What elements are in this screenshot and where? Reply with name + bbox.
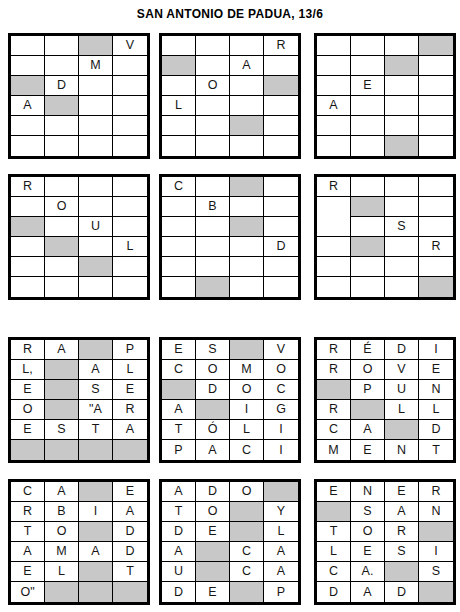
- grid11-cell-r1c3-letter: O: [230, 482, 264, 502]
- grid4-cell-r6c2-blank[interactable]: [45, 277, 79, 297]
- grid2-cell-r5c2-blank[interactable]: [196, 116, 230, 136]
- puzzle-grid-10-letters: CAERBIATODAMADELTO": [8, 479, 150, 605]
- grid4-cell-r3c1-shaded: [11, 217, 45, 237]
- grid10-cell-r5c3-shaded: [79, 562, 113, 582]
- grid5-cell-r3c4-blank[interactable]: [264, 217, 298, 237]
- grid8-cell-r5c1-letter: T: [162, 420, 196, 440]
- grid8-cell-r5c2-letter: Ó: [196, 420, 230, 440]
- grid11-cell-r1c4-shaded: [264, 482, 298, 502]
- grid6-cell-r1c1-letter: R: [317, 177, 351, 197]
- grid3-cell-r4c2-blank[interactable]: [351, 96, 385, 116]
- grid1-cell-r6c2-blank[interactable]: [45, 136, 79, 156]
- grid4-cell-r2c4-blank[interactable]: [113, 197, 147, 217]
- grid10-cell-r3c3-shaded: [79, 522, 113, 542]
- grid7-cell-r5c4-letter: A: [113, 420, 147, 440]
- grid1-cell-r4c3-blank[interactable]: [79, 96, 113, 116]
- grid5-cell-r3c2-blank[interactable]: [196, 217, 230, 237]
- grid8-cell-r3c1-shaded: [162, 380, 196, 400]
- grid10-cell-r3c1-letter: T: [11, 522, 45, 542]
- grid9-cell-r3c2-letter: P: [351, 380, 385, 400]
- grid4-cell-r2c3-blank[interactable]: [79, 197, 113, 217]
- grid1-cell-r5c2-blank[interactable]: [45, 116, 79, 136]
- grid10-cell-r1c2-letter: A: [45, 482, 79, 502]
- grid11-cell-r1c2-letter: D: [196, 482, 230, 502]
- grid3-cell-r2c2-blank[interactable]: [351, 56, 385, 76]
- grid2-cell-r5c3-shaded: [230, 116, 264, 136]
- grid11-cell-r5c2-shaded: [196, 562, 230, 582]
- grid12-cell-r4c1-letter: L: [317, 542, 351, 562]
- grid11-cell-r4c1-letter: A: [162, 542, 196, 562]
- grid1-cell-r5c4-blank[interactable]: [113, 116, 147, 136]
- grid8-cell-r6c4-letter: I: [264, 440, 298, 460]
- grid5-cell-r4c1-blank[interactable]: [162, 237, 196, 257]
- grid9-cell-r2c2-letter: O: [351, 360, 385, 380]
- grid7-cell-r4c2-shaded: [45, 400, 79, 420]
- grid11-cell-r2c4-letter: Y: [264, 502, 298, 522]
- grid3-cell-r6c2-blank[interactable]: [351, 136, 385, 156]
- grid4-cell-r2c1-blank[interactable]: [11, 197, 45, 217]
- grid10-cell-r5c1-letter: E: [11, 562, 45, 582]
- grid3-cell-r3c4-blank[interactable]: [419, 76, 453, 96]
- grid6-cell-r2c2-shaded: [351, 197, 385, 217]
- grid5-cell-r3c3-shaded: [230, 217, 264, 237]
- grid6-cell-r6c4-shaded: [419, 277, 453, 297]
- grid7-cell-r6c4-shaded: [113, 440, 147, 460]
- grid6-cell-r5c1-blank[interactable]: [317, 257, 351, 277]
- grid5-cell-r1c3-shaded: [230, 177, 264, 197]
- grid6-cell-r3c4-blank[interactable]: [419, 217, 453, 237]
- grid9-cell-r5c2-letter: A: [351, 420, 385, 440]
- grid7-cell-r6c2-shaded: [45, 440, 79, 460]
- grid9-cell-r4c2-shaded: [351, 400, 385, 420]
- grid4-cell-r6c4-blank[interactable]: [113, 277, 147, 297]
- grid2-cell-r3c2-letter: O: [196, 76, 230, 96]
- grid2-cell-r3c4-shaded: [264, 76, 298, 96]
- grid9-cell-r6c2-letter: E: [351, 440, 385, 460]
- grid1-cell-r2c2-blank[interactable]: [45, 56, 79, 76]
- grid6-cell-r5c2-blank[interactable]: [351, 257, 385, 277]
- grid5-cell-r4c2-blank[interactable]: [196, 237, 230, 257]
- puzzle-grid-7-letters: RAPL,ALESEO"ARESTA: [8, 337, 150, 463]
- grid12-cell-r6c2-letter: A: [351, 582, 385, 602]
- grid4-cell-r4c2-shaded: [45, 237, 79, 257]
- grid3-cell-r6c3-shaded: [385, 136, 419, 156]
- grid1-cell-r1c4-letter: V: [113, 36, 147, 56]
- grid3-cell-r1c1-blank[interactable]: [317, 36, 351, 56]
- grid5-cell-r1c4-blank[interactable]: [264, 177, 298, 197]
- grid2-cell-r1c2-blank[interactable]: [196, 36, 230, 56]
- grid2-cell-r5c1-blank[interactable]: [162, 116, 196, 136]
- grid9-cell-r4c3-letter: L: [385, 400, 419, 420]
- grid4-cell-r2c2-letter: O: [45, 197, 79, 217]
- grid1-cell-r6c3-blank[interactable]: [79, 136, 113, 156]
- grid5-cell-r4c3-blank[interactable]: [230, 237, 264, 257]
- grid9-cell-r6c1-letter: M: [317, 440, 351, 460]
- grid4-cell-r1c3-blank[interactable]: [79, 177, 113, 197]
- grid2-cell-r4c4-blank[interactable]: [264, 96, 298, 116]
- grid10-cell-r2c1-letter: R: [11, 502, 45, 522]
- grid8-cell-r5c3-letter: L: [230, 420, 264, 440]
- grid12-cell-r1c2-letter: N: [351, 482, 385, 502]
- grid7-cell-r3c4-letter: E: [113, 380, 147, 400]
- grid10-cell-r1c3-shaded: [79, 482, 113, 502]
- grid12-cell-r2c4-letter: N: [419, 502, 453, 522]
- grid10-cell-r4c3-letter: A: [79, 542, 113, 562]
- grid12-cell-r2c1-shaded: [317, 502, 351, 522]
- grid12-cell-r1c1-letter: E: [317, 482, 351, 502]
- grid4-cell-r5c4-blank[interactable]: [113, 257, 147, 277]
- grid6-cell-r2c3-blank[interactable]: [385, 197, 419, 217]
- grid8-cell-r4c4-letter: G: [264, 400, 298, 420]
- grid7-cell-r3c2-shaded: [45, 380, 79, 400]
- grid5-cell-r6c1-blank[interactable]: [162, 277, 196, 297]
- grid9-cell-r4c4-letter: L: [419, 400, 453, 420]
- grid6-cell-r1c2-blank[interactable]: [351, 177, 385, 197]
- grid1-cell-r3c3-blank[interactable]: [79, 76, 113, 96]
- grid3-cell-r1c3-blank[interactable]: [385, 36, 419, 56]
- grid11-cell-r2c1-letter: T: [162, 502, 196, 522]
- grid8-cell-r3c3-letter: O: [230, 380, 264, 400]
- grid3-cell-r2c1-blank[interactable]: [317, 56, 351, 76]
- grid11-cell-r4c3-letter: C: [230, 542, 264, 562]
- grid9-cell-r2c3-letter: V: [385, 360, 419, 380]
- grid11-cell-r1c1-letter: A: [162, 482, 196, 502]
- grid8-cell-r2c3-letter: M: [230, 360, 264, 380]
- grid6-cell-r3c3-letter: S: [385, 217, 419, 237]
- grid2-cell-r6c4-blank[interactable]: [264, 136, 298, 156]
- grid10-cell-r4c1-letter: A: [11, 542, 45, 562]
- grid12-cell-r3c3-letter: R: [385, 522, 419, 542]
- grid1-cell-r1c2-blank[interactable]: [45, 36, 79, 56]
- grid10-cell-r1c4-letter: E: [113, 482, 147, 502]
- grid9-cell-r6c3-letter: N: [385, 440, 419, 460]
- grid4-cell-r4c4-letter: L: [113, 237, 147, 257]
- grid1-cell-r6c4-blank[interactable]: [113, 136, 147, 156]
- grid9-cell-r3c3-letter: U: [385, 380, 419, 400]
- grid3-cell-r5c3-blank[interactable]: [385, 116, 419, 136]
- grid10-cell-r6c1-letter: O": [11, 582, 45, 602]
- grid11-cell-r5c3-letter: C: [230, 562, 264, 582]
- grid11-cell-r5c1-letter: U: [162, 562, 196, 582]
- grid12-cell-r4c2-letter: E: [351, 542, 385, 562]
- grid8-cell-r1c3-shaded: [230, 340, 264, 360]
- grid3-cell-r5c1-blank[interactable]: [317, 116, 351, 136]
- grid3-cell-r1c2-blank[interactable]: [351, 36, 385, 56]
- grid2-cell-r1c4-letter: R: [264, 36, 298, 56]
- grid2-cell-r4c2-blank[interactable]: [196, 96, 230, 116]
- grid11-cell-r6c3-shaded: [230, 582, 264, 602]
- grid9-cell-r5c1-letter: C: [317, 420, 351, 440]
- grid11-cell-r3c4-letter: L: [264, 522, 298, 542]
- grid8-cell-r6c2-letter: A: [196, 440, 230, 460]
- grid12-cell-r6c3-letter: D: [385, 582, 419, 602]
- grid4-cell-r1c1-letter: R: [11, 177, 45, 197]
- grid2-cell-r4c1-letter: L: [162, 96, 196, 116]
- puzzle-grid-11-letters: ADOTOYDELACAUCADEP: [159, 479, 301, 605]
- grid11-cell-r2c2-letter: O: [196, 502, 230, 522]
- puzzle-grid-9-letters: RÉDIROVEPUNRLLCADMENT: [314, 337, 456, 463]
- grid3-cell-r6c1-blank[interactable]: [317, 136, 351, 156]
- grid2-cell-r2c1-shaded: [162, 56, 196, 76]
- grid4-cell-r6c3-blank[interactable]: [79, 277, 113, 297]
- grid8-cell-r4c1-letter: A: [162, 400, 196, 420]
- page-title: SAN ANTONIO DE PADUA, 13/6: [0, 7, 460, 21]
- grid6-cell-r6c3-blank[interactable]: [385, 277, 419, 297]
- grid2-cell-r3c1-blank[interactable]: [162, 76, 196, 96]
- grid3-cell-r5c4-blank[interactable]: [419, 116, 453, 136]
- grid3-cell-r5c2-blank[interactable]: [351, 116, 385, 136]
- grid3-cell-r6c4-blank[interactable]: [419, 136, 453, 156]
- grid6-cell-r1c3-blank[interactable]: [385, 177, 419, 197]
- grid7-cell-r3c1-letter: E: [11, 380, 45, 400]
- grid12-cell-r5c4-letter: S: [419, 562, 453, 582]
- grid6-cell-r3c1-blank[interactable]: [317, 217, 351, 237]
- grid6-cell-r4c4-letter: R: [419, 237, 453, 257]
- grid2-cell-r2c3-letter: A: [230, 56, 264, 76]
- grid8-cell-r2c2-letter: O: [196, 360, 230, 380]
- grid3-cell-r2c4-blank[interactable]: [419, 56, 453, 76]
- grid3-cell-r4c1-letter: A: [317, 96, 351, 116]
- grid5-cell-r5c1-blank[interactable]: [162, 257, 196, 277]
- grid5-cell-r5c3-blank[interactable]: [230, 257, 264, 277]
- grid5-cell-r6c2-shaded: [196, 277, 230, 297]
- grid8-cell-r6c3-letter: C: [230, 440, 264, 460]
- grid7-cell-r1c3-shaded: [79, 340, 113, 360]
- grid5-cell-r6c4-blank[interactable]: [264, 277, 298, 297]
- grid9-cell-r1c2-letter: É: [351, 340, 385, 360]
- grid1-cell-r2c3-letter: M: [79, 56, 113, 76]
- grid8-cell-r4c3-letter: I: [230, 400, 264, 420]
- grid12-cell-r3c1-letter: T: [317, 522, 351, 542]
- grid9-cell-r1c1-letter: R: [317, 340, 351, 360]
- grid1-cell-r6c1-blank[interactable]: [11, 136, 45, 156]
- grid12-cell-r4c3-letter: S: [385, 542, 419, 562]
- grid10-cell-r6c3-shaded: [79, 582, 113, 602]
- grid6-cell-r6c1-blank[interactable]: [317, 277, 351, 297]
- grid7-cell-r2c2-shaded: [45, 360, 79, 380]
- grid6-cell-r2c1-blank[interactable]: [317, 197, 351, 217]
- grid5-cell-r5c2-blank[interactable]: [196, 257, 230, 277]
- grid3-cell-r4c3-blank[interactable]: [385, 96, 419, 116]
- grid9-cell-r1c4-letter: I: [419, 340, 453, 360]
- grid8-cell-r5c4-letter: I: [264, 420, 298, 440]
- grid6-cell-r6c2-blank[interactable]: [351, 277, 385, 297]
- grid10-cell-r2c2-letter: B: [45, 502, 79, 522]
- grid6-cell-r5c4-blank[interactable]: [419, 257, 453, 277]
- puzzle-grid-12-letters: ENERSANTORLESICA.SDAD: [314, 479, 456, 605]
- grid12-cell-r5c1-letter: C: [317, 562, 351, 582]
- grid4-cell-r3c4-blank[interactable]: [113, 217, 147, 237]
- grid3-cell-r4c4-blank[interactable]: [419, 96, 453, 116]
- grid12-cell-r6c4-shaded: [419, 582, 453, 602]
- grid10-cell-r4c4-letter: D: [113, 542, 147, 562]
- grid6-cell-r4c2-shaded: [351, 237, 385, 257]
- grid11-cell-r6c2-letter: E: [196, 582, 230, 602]
- grid7-cell-r1c4-letter: P: [113, 340, 147, 360]
- grid9-cell-r6c4-letter: T: [419, 440, 453, 460]
- puzzle-grid-5-empty: CBD: [159, 174, 301, 300]
- grid7-cell-r3c3-letter: S: [79, 380, 113, 400]
- grid1-cell-r2c4-blank[interactable]: [113, 56, 147, 76]
- grid4-cell-r5c2-blank[interactable]: [45, 257, 79, 277]
- grid11-cell-r5c4-letter: A: [264, 562, 298, 582]
- grid1-cell-r1c1-blank[interactable]: [11, 36, 45, 56]
- grid7-cell-r6c1-shaded: [11, 440, 45, 460]
- grid7-cell-r1c1-letter: R: [11, 340, 45, 360]
- grid1-cell-r3c4-blank[interactable]: [113, 76, 147, 96]
- grid2-cell-r3c3-blank[interactable]: [230, 76, 264, 96]
- grid9-cell-r3c1-shaded: [317, 380, 351, 400]
- grid1-cell-r4c4-blank[interactable]: [113, 96, 147, 116]
- grid10-cell-r3c4-letter: D: [113, 522, 147, 542]
- grid11-cell-r3c2-letter: E: [196, 522, 230, 542]
- grid4-cell-r3c2-blank[interactable]: [45, 217, 79, 237]
- grid10-cell-r4c2-letter: M: [45, 542, 79, 562]
- grid7-cell-r4c3-letter: "A: [79, 400, 113, 420]
- grid1-cell-r4c1-letter: A: [11, 96, 45, 116]
- grid3-cell-r2c3-shaded: [385, 56, 419, 76]
- grid2-cell-r6c2-blank[interactable]: [196, 136, 230, 156]
- grid11-cell-r2c3-shaded: [230, 502, 264, 522]
- grid1-cell-r2c1-blank[interactable]: [11, 56, 45, 76]
- grid4-cell-r1c4-blank[interactable]: [113, 177, 147, 197]
- grid11-cell-r6c1-letter: D: [162, 582, 196, 602]
- grid8-cell-r3c4-letter: C: [264, 380, 298, 400]
- grid9-cell-r1c3-letter: D: [385, 340, 419, 360]
- grid2-cell-r6c3-blank[interactable]: [230, 136, 264, 156]
- grid9-cell-r2c4-letter: E: [419, 360, 453, 380]
- grid1-cell-r1c3-shaded: [79, 36, 113, 56]
- grid4-cell-r4c3-blank[interactable]: [79, 237, 113, 257]
- grid4-cell-r3c3-letter: U: [79, 217, 113, 237]
- grid1-cell-r4c2-shaded: [45, 96, 79, 116]
- grid3-cell-r3c3-blank[interactable]: [385, 76, 419, 96]
- grid1-cell-r5c1-blank[interactable]: [11, 116, 45, 136]
- grid3-cell-r1c4-shaded: [419, 36, 453, 56]
- grid4-cell-r6c1-blank[interactable]: [11, 277, 45, 297]
- grid8-cell-r2c4-letter: O: [264, 360, 298, 380]
- grid8-cell-r1c2-letter: S: [196, 340, 230, 360]
- grid7-cell-r4c4-letter: R: [113, 400, 147, 420]
- grid5-cell-r2c4-blank[interactable]: [264, 197, 298, 217]
- grid9-cell-r5c4-letter: D: [419, 420, 453, 440]
- grid7-cell-r5c2-letter: S: [45, 420, 79, 440]
- grid5-cell-r6c3-blank[interactable]: [230, 277, 264, 297]
- grid7-cell-r5c3-letter: T: [79, 420, 113, 440]
- grid8-cell-r2c1-letter: C: [162, 360, 196, 380]
- grid10-cell-r5c2-letter: L: [45, 562, 79, 582]
- grid12-cell-r4c4-letter: I: [419, 542, 453, 562]
- grid8-cell-r4c2-shaded: [196, 400, 230, 420]
- grid2-cell-r2c2-blank[interactable]: [196, 56, 230, 76]
- grid2-cell-r5c4-blank[interactable]: [264, 116, 298, 136]
- grid5-cell-r2c1-blank[interactable]: [162, 197, 196, 217]
- grid12-cell-r2c2-letter: S: [351, 502, 385, 522]
- grid1-cell-r3c2-letter: D: [45, 76, 79, 96]
- grid8-cell-r3c2-letter: D: [196, 380, 230, 400]
- grid12-cell-r1c4-letter: R: [419, 482, 453, 502]
- grid2-cell-r4c3-blank[interactable]: [230, 96, 264, 116]
- grid8-cell-r1c4-letter: V: [264, 340, 298, 360]
- grid11-cell-r4c4-letter: A: [264, 542, 298, 562]
- grid12-cell-r6c1-letter: D: [317, 582, 351, 602]
- grid10-cell-r1c1-letter: C: [11, 482, 45, 502]
- grid9-cell-r3c4-letter: N: [419, 380, 453, 400]
- grid12-cell-r2c3-letter: A: [385, 502, 419, 522]
- grid1-cell-r3c1-shaded: [11, 76, 45, 96]
- grid7-cell-r5c1-letter: E: [11, 420, 45, 440]
- grid7-cell-r2c1-letter: L,: [11, 360, 45, 380]
- grid10-cell-r3c2-letter: O: [45, 522, 79, 542]
- grid4-cell-r5c1-blank[interactable]: [11, 257, 45, 277]
- grid10-cell-r2c3-letter: I: [79, 502, 113, 522]
- grid2-cell-r6c1-blank[interactable]: [162, 136, 196, 156]
- grid7-cell-r6c3-shaded: [79, 440, 113, 460]
- puzzle-grid-4-empty: ROUL: [8, 174, 150, 300]
- grid7-cell-r4c1-letter: O: [11, 400, 45, 420]
- grid11-cell-r3c1-letter: D: [162, 522, 196, 542]
- grid10-cell-r6c2-shaded: [45, 582, 79, 602]
- grid11-cell-r3c3-shaded: [230, 522, 264, 542]
- grid12-cell-r5c2-letter: A.: [351, 562, 385, 582]
- grid6-cell-r3c2-blank[interactable]: [351, 217, 385, 237]
- grid3-cell-r3c2-letter: E: [351, 76, 385, 96]
- puzzle-grid-1-empty: VMDA: [8, 33, 150, 159]
- grid2-cell-r1c1-blank[interactable]: [162, 36, 196, 56]
- grid2-cell-r2c4-blank[interactable]: [264, 56, 298, 76]
- grid5-cell-r2c3-blank[interactable]: [230, 197, 264, 217]
- grid6-cell-r4c1-blank[interactable]: [317, 237, 351, 257]
- grid8-cell-r6c1-letter: P: [162, 440, 196, 460]
- grid7-cell-r2c4-letter: L: [113, 360, 147, 380]
- grid12-cell-r1c3-letter: E: [385, 482, 419, 502]
- grid12-cell-r3c4-shaded: [419, 522, 453, 542]
- grid5-cell-r1c1-letter: C: [162, 177, 196, 197]
- grid5-cell-r3c1-blank[interactable]: [162, 217, 196, 237]
- grid4-cell-r5c3-shaded: [79, 257, 113, 277]
- grid10-cell-r6c4-shaded: [113, 582, 147, 602]
- grid5-cell-r4c4-letter: D: [264, 237, 298, 257]
- puzzle-grid-3-empty: EA: [314, 33, 456, 159]
- grid7-cell-r2c3-letter: A: [79, 360, 113, 380]
- grid6-cell-r2c4-blank[interactable]: [419, 197, 453, 217]
- grid12-cell-r5c3-shaded: [385, 562, 419, 582]
- grid9-cell-r5c3-shaded: [385, 420, 419, 440]
- puzzle-grid-8-letters: ESVCOMODOCAIGTÓLIPACI: [159, 337, 301, 463]
- grid9-cell-r4c1-letter: R: [317, 400, 351, 420]
- grid6-cell-r4c3-blank[interactable]: [385, 237, 419, 257]
- puzzle-grid-2-empty: RAOL: [159, 33, 301, 159]
- grid10-cell-r5c4-letter: T: [113, 562, 147, 582]
- grid8-cell-r1c1-letter: E: [162, 340, 196, 360]
- grid12-cell-r3c2-letter: O: [351, 522, 385, 542]
- grid11-cell-r4c2-shaded: [196, 542, 230, 562]
- grid6-cell-r1c4-blank[interactable]: [419, 177, 453, 197]
- grid10-cell-r2c4-letter: A: [113, 502, 147, 522]
- grid5-cell-r1c2-blank[interactable]: [196, 177, 230, 197]
- grid1-cell-r5c3-blank[interactable]: [79, 116, 113, 136]
- grid2-cell-r1c3-blank[interactable]: [230, 36, 264, 56]
- grid3-cell-r3c1-blank[interactable]: [317, 76, 351, 96]
- grid11-cell-r6c4-letter: P: [264, 582, 298, 602]
- grid4-cell-r4c1-blank[interactable]: [11, 237, 45, 257]
- grid6-cell-r5c3-blank[interactable]: [385, 257, 419, 277]
- grid4-cell-r1c2-blank[interactable]: [45, 177, 79, 197]
- puzzle-grid-6-empty: RSR: [314, 174, 456, 300]
- grid5-cell-r5c4-blank[interactable]: [264, 257, 298, 277]
- grid9-cell-r2c1-letter: R: [317, 360, 351, 380]
- grid5-cell-r2c2-letter: B: [196, 197, 230, 217]
